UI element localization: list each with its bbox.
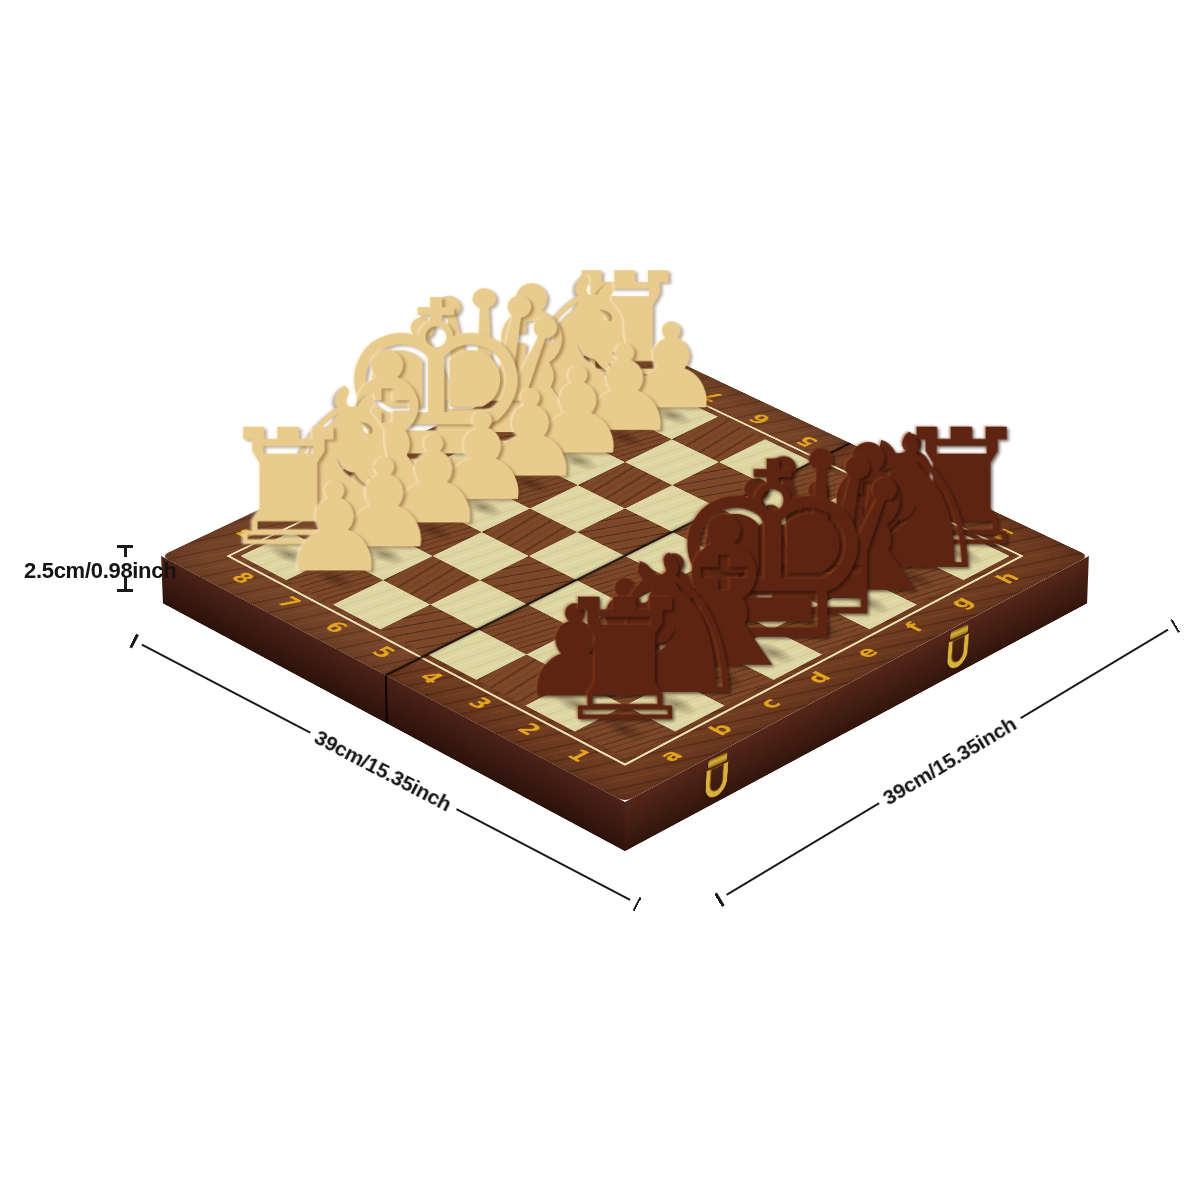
dimension-tick bbox=[130, 633, 139, 647]
dimension-tick bbox=[117, 589, 133, 592]
fold-seam-side bbox=[385, 675, 388, 724]
dimension-line bbox=[124, 577, 127, 589]
dimension-tick bbox=[1170, 619, 1180, 633]
dimension-line bbox=[1020, 629, 1169, 720]
dimension-tick bbox=[714, 892, 724, 906]
dimension-tick bbox=[633, 896, 642, 910]
pawn-glyph: ♟ bbox=[204, 467, 466, 590]
thickness-label: 2.5cm/0.98inch bbox=[24, 558, 176, 584]
dimension-line bbox=[124, 545, 127, 557]
brass-clasp bbox=[705, 751, 729, 801]
rook-glyph: ♜ bbox=[489, 578, 760, 745]
dimension-line bbox=[725, 802, 879, 896]
width-label-right: 39cm/15.35inch bbox=[879, 712, 1021, 810]
product-photo-canvas: 1122334455667788aabbccddeeffgghh ♜♞♝♚♛♝♞… bbox=[0, 0, 1200, 1200]
